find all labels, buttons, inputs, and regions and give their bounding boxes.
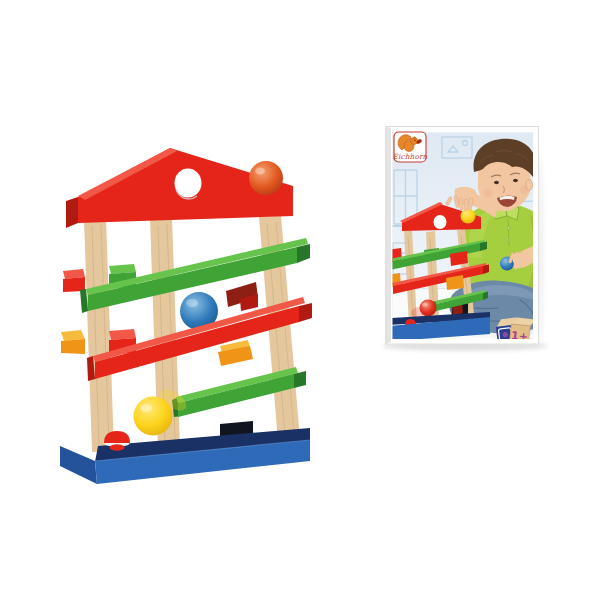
orange-ball xyxy=(249,161,283,195)
eye xyxy=(494,181,499,184)
eye xyxy=(513,179,518,182)
eichhorn-logo: Eichhorn xyxy=(393,132,428,162)
retail-box: 1+ Eichhorn xyxy=(382,127,548,352)
shirt-button xyxy=(507,227,510,230)
brand-name: Eichhorn xyxy=(393,152,428,161)
roof-hole xyxy=(434,215,447,229)
red-ball xyxy=(420,300,437,317)
box-side xyxy=(386,127,392,345)
product-image: 1+ Eichhorn xyxy=(0,0,600,600)
product-photo: 1+ Eichhorn xyxy=(0,0,600,600)
shirt-button xyxy=(508,239,511,242)
yellow-ball xyxy=(461,209,476,224)
